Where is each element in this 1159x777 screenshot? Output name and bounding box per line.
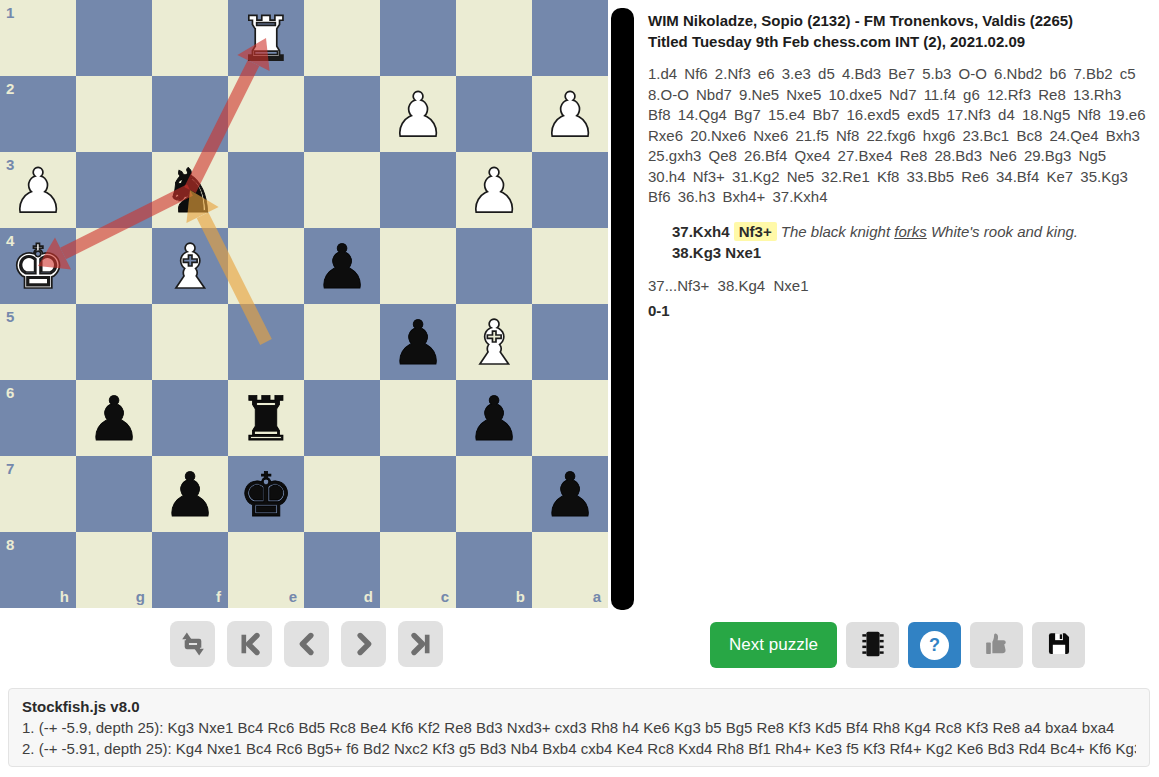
file-label-b: b	[516, 588, 525, 605]
game-header: WIM Nikoladze, Sopio (2132) - FM Tronenk…	[648, 10, 1148, 52]
square-f6[interactable]	[152, 380, 228, 456]
square-b6[interactable]: ♟	[456, 380, 532, 456]
event-line: Titled Tuesday 9th Feb chess.com INT (2)…	[648, 31, 1148, 52]
square-h2[interactable]: 2	[0, 76, 76, 152]
square-b2[interactable]	[456, 76, 532, 152]
square-e8[interactable]: e	[228, 532, 304, 608]
file-label-c: c	[441, 588, 449, 605]
engine-panel: Stockfish.js v8.0 1. (-+ -5.9, depth 25)…	[8, 688, 1150, 767]
file-label-e: e	[289, 588, 297, 605]
square-g7[interactable]	[76, 456, 152, 532]
file-label-h: h	[60, 588, 69, 605]
annotation-comment-suffix: White's rook and king.	[927, 223, 1078, 240]
variation-line[interactable]: 37...Nf3+ 38.Kg4 Nxe1	[648, 276, 1148, 296]
next-puzzle-button[interactable]: Next puzzle	[710, 622, 837, 668]
square-h3[interactable]: 3♟	[0, 152, 76, 228]
annotation-comment-underlined: forks	[894, 223, 927, 240]
square-d2[interactable]	[304, 76, 380, 152]
puzzle-actions: Next puzzle ?	[710, 622, 1085, 668]
square-f5[interactable]	[152, 304, 228, 380]
square-h6[interactable]: 6	[0, 380, 76, 456]
square-e2[interactable]	[228, 76, 304, 152]
square-f4[interactable]: ♝	[152, 228, 228, 304]
square-h7[interactable]: 7	[0, 456, 76, 532]
like-button[interactable]	[970, 622, 1023, 668]
go-last-button[interactable]	[398, 621, 443, 667]
piece-black-pawn-f7[interactable]: ♟	[152, 456, 228, 532]
piece-black-pawn-a7[interactable]: ♟	[532, 456, 608, 532]
square-f7[interactable]: ♟	[152, 456, 228, 532]
piece-black-knight-f3[interactable]: ♞	[152, 152, 228, 228]
square-g3[interactable]	[76, 152, 152, 228]
piece-black-pawn-c5[interactable]: ♟	[380, 304, 456, 380]
go-first-icon	[233, 627, 267, 661]
square-f2[interactable]	[152, 76, 228, 152]
square-d3[interactable]	[304, 152, 380, 228]
square-b3[interactable]: ♟	[456, 152, 532, 228]
puzzle-page: 1♜2♟♟3♟♞♟4♚♝♟5♟♝6♟♜♟7♟♚♟8hgfedcba WIM Ni…	[0, 0, 1159, 777]
square-a7[interactable]: ♟	[532, 456, 608, 532]
square-c7[interactable]	[380, 456, 456, 532]
engine-button[interactable]	[846, 622, 899, 668]
square-e5[interactable]	[228, 304, 304, 380]
annotation-move-number[interactable]: 37.Kxh4	[672, 223, 730, 240]
square-a1[interactable]	[532, 0, 608, 76]
rank-label-2: 2	[6, 80, 14, 97]
square-d4[interactable]: ♟	[304, 228, 380, 304]
square-c3[interactable]	[380, 152, 456, 228]
annotation-played-move[interactable]: Nf3+	[734, 222, 777, 241]
square-h1[interactable]: 1	[0, 0, 76, 76]
thumbs-up-icon	[980, 627, 1014, 664]
square-a5[interactable]	[532, 304, 608, 380]
square-g8[interactable]: g	[76, 532, 152, 608]
square-h4[interactable]: 4♚	[0, 228, 76, 304]
move-list[interactable]: 1.d4 Nf6 2.Nf3 e6 3.e3 d5 4.Bd3 Be7 5.b3…	[648, 64, 1148, 208]
square-c6[interactable]	[380, 380, 456, 456]
square-g1[interactable]	[76, 0, 152, 76]
piece-black-pawn-d4[interactable]: ♟	[304, 228, 380, 304]
square-f3[interactable]: ♞	[152, 152, 228, 228]
file-label-g: g	[136, 588, 145, 605]
save-button[interactable]	[1032, 622, 1085, 668]
flip-board-button[interactable]	[170, 621, 215, 667]
square-d6[interactable]	[304, 380, 380, 456]
square-e6[interactable]: ♜	[228, 380, 304, 456]
square-a3[interactable]	[532, 152, 608, 228]
square-g4[interactable]	[76, 228, 152, 304]
engine-chip-icon	[855, 626, 891, 665]
square-b7[interactable]	[456, 456, 532, 532]
players-line: WIM Nikoladze, Sopio (2132) - FM Tronenk…	[648, 10, 1148, 31]
engine-line-2: 2. (-+ -5.91, depth 25): Kg4 Nxe1 Bc4 Rc…	[22, 738, 1136, 759]
piece-white-pawn-a2[interactable]: ♟	[532, 76, 608, 152]
square-b8[interactable]: b	[456, 532, 532, 608]
game-panel: WIM Nikoladze, Sopio (2132) - FM Tronenk…	[648, 10, 1148, 319]
piece-white-king-h4[interactable]: ♚	[0, 228, 76, 304]
square-d1[interactable]	[304, 0, 380, 76]
go-first-button[interactable]	[227, 621, 272, 667]
square-d8[interactable]: d	[304, 532, 380, 608]
annotation-reply-moves[interactable]: 38.Kg3 Nxe1	[672, 244, 761, 261]
square-a2[interactable]: ♟	[532, 76, 608, 152]
rank-label-8: 8	[6, 536, 14, 553]
file-label-a: a	[593, 588, 601, 605]
square-b5[interactable]: ♝	[456, 304, 532, 380]
go-next-icon	[347, 627, 381, 661]
engine-title: Stockfish.js v8.0	[22, 696, 1136, 717]
rank-label-7: 7	[6, 460, 14, 477]
piece-white-pawn-c2[interactable]: ♟	[380, 76, 456, 152]
flip-board-icon	[176, 627, 210, 661]
square-h8[interactable]: 8h	[0, 532, 76, 608]
piece-white-pawn-h3[interactable]: ♟	[0, 152, 76, 228]
piece-white-rook-e1[interactable]: ♜	[228, 0, 304, 76]
square-a4[interactable]	[532, 228, 608, 304]
go-previous-button[interactable]	[284, 621, 329, 667]
go-last-icon	[404, 627, 438, 661]
go-next-button[interactable]	[341, 621, 386, 667]
square-g5[interactable]	[76, 304, 152, 380]
square-e1[interactable]: ♜	[228, 0, 304, 76]
save-floppy-icon	[1042, 627, 1076, 664]
square-d7[interactable]	[304, 456, 380, 532]
piece-black-king-e7[interactable]: ♚	[228, 456, 304, 532]
square-h5[interactable]: 5	[0, 304, 76, 380]
rank-label-6: 6	[6, 384, 14, 401]
square-a6[interactable]	[532, 380, 608, 456]
question-mark-icon: ?	[920, 631, 949, 660]
square-b1[interactable]	[456, 0, 532, 76]
square-c2[interactable]: ♟	[380, 76, 456, 152]
piece-black-pawn-g6[interactable]: ♟	[76, 380, 152, 456]
square-e3[interactable]	[228, 152, 304, 228]
board-grid: 1♜2♟♟3♟♞♟4♚♝♟5♟♝6♟♜♟7♟♚♟8hgfedcba	[0, 0, 608, 608]
square-f1[interactable]	[152, 0, 228, 76]
square-c8[interactable]: c	[380, 532, 456, 608]
piece-black-rook-e6[interactable]: ♜	[228, 380, 304, 456]
file-label-d: d	[364, 588, 373, 605]
puzzle-annotation: 37.Kxh4 Nf3+ The black knight forks Whit…	[672, 221, 1124, 263]
square-c4[interactable]	[380, 228, 456, 304]
piece-white-pawn-b3[interactable]: ♟	[456, 152, 532, 228]
rank-label-5: 5	[6, 308, 14, 325]
square-g2[interactable]	[76, 76, 152, 152]
game-result: 0-1	[648, 302, 1148, 319]
square-g6[interactable]: ♟	[76, 380, 152, 456]
go-previous-icon	[290, 627, 324, 661]
file-label-f: f	[216, 588, 221, 605]
square-c1[interactable]	[380, 0, 456, 76]
square-c5[interactable]: ♟	[380, 304, 456, 380]
square-b4[interactable]	[456, 228, 532, 304]
chess-board: 1♜2♟♟3♟♞♟4♚♝♟5♟♝6♟♜♟7♟♚♟8hgfedcba	[0, 0, 608, 608]
square-d5[interactable]	[304, 304, 380, 380]
rank-label-1: 1	[6, 4, 14, 21]
square-e7[interactable]: ♚	[228, 456, 304, 532]
player-color-bar	[611, 8, 634, 610]
piece-white-bishop-b5[interactable]: ♝	[456, 304, 532, 380]
square-f8[interactable]: f	[152, 532, 228, 608]
annotation-comment-prefix: The black knight	[781, 223, 894, 240]
piece-white-bishop-f4[interactable]: ♝	[152, 228, 228, 304]
help-button[interactable]: ?	[908, 622, 961, 668]
piece-black-pawn-b6[interactable]: ♟	[456, 380, 532, 456]
square-a8[interactable]: a	[532, 532, 608, 608]
engine-line-1: 1. (-+ -5.9, depth 25): Kg3 Nxe1 Bc4 Rc6…	[22, 717, 1136, 738]
board-navigation	[170, 621, 443, 667]
square-e4[interactable]	[228, 228, 304, 304]
